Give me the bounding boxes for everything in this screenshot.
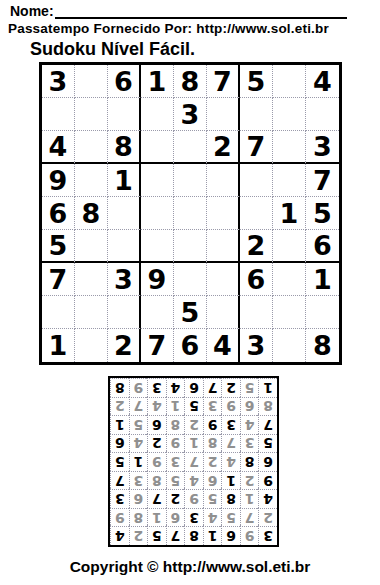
solution-cell-r6c8: 4 — [129, 434, 148, 453]
puzzle-cell-r2c9[interactable] — [306, 98, 339, 131]
solution-cell-r2c1: 2 — [258, 508, 277, 527]
puzzle-cell-r6c7: 2 — [240, 230, 273, 263]
solution-cell-r3c6: 2 — [166, 489, 185, 508]
puzzle-cell-r7c5[interactable] — [174, 263, 207, 296]
solution-cell-r5c3: 4 — [221, 452, 240, 471]
puzzle-cell-r2c7[interactable] — [240, 98, 273, 131]
puzzle-cell-r6c4[interactable] — [141, 230, 174, 263]
solution-cell-r9c3: 2 — [221, 378, 240, 397]
puzzle-cell-r3c1: 4 — [42, 131, 75, 164]
puzzle-cell-r6c3[interactable] — [108, 230, 141, 263]
solution-cell-r9c7: 3 — [147, 378, 166, 397]
solution-cell-r5c5: 7 — [184, 452, 203, 471]
puzzle-cell-r1c8[interactable] — [273, 65, 306, 98]
solution-cell-r3c1: 4 — [258, 489, 277, 508]
solution-cell-r8c5: 5 — [184, 397, 203, 416]
puzzle-cell-r2c1[interactable] — [42, 98, 75, 131]
solution-cell-r3c3: 8 — [221, 489, 240, 508]
solution-cell-r9c6: 4 — [166, 378, 185, 397]
puzzle-cell-r2c5: 3 — [174, 98, 207, 131]
puzzle-cell-r8c3[interactable] — [108, 296, 141, 329]
solution-cell-r4c2: 2 — [240, 471, 259, 490]
puzzle-grid: 361875434827391768155267396151276438 — [39, 62, 342, 365]
solution-cell-r5c8: 1 — [129, 452, 148, 471]
solution-cell-r6c7: 2 — [147, 434, 166, 453]
solution-cell-r2c9: 9 — [110, 508, 129, 527]
puzzle-cell-r7c3: 3 — [108, 263, 141, 296]
puzzle-cell-r8c8[interactable] — [273, 296, 306, 329]
solution-cell-r2c5: 3 — [184, 508, 203, 527]
solution-cell-r8c7: 4 — [147, 397, 166, 416]
puzzle-cell-r3c9: 3 — [306, 131, 339, 164]
name-label: Nome: — [10, 3, 54, 19]
puzzle-cell-r1c3: 6 — [108, 65, 141, 98]
solution-cell-r3c9: 3 — [110, 489, 129, 508]
puzzle-cell-r3c2[interactable] — [75, 131, 108, 164]
puzzle-cell-r8c2[interactable] — [75, 296, 108, 329]
puzzle-cell-r7c2[interactable] — [75, 263, 108, 296]
solution-cell-r2c4: 4 — [203, 508, 222, 527]
puzzle-cell-r4c1: 9 — [42, 164, 75, 197]
puzzle-cell-r5c8: 1 — [273, 197, 306, 230]
puzzle-cell-r5c3[interactable] — [108, 197, 141, 230]
puzzle-cell-r7c9: 1 — [306, 263, 339, 296]
puzzle-cell-r1c9: 4 — [306, 65, 339, 98]
puzzle-cell-r5c4[interactable] — [141, 197, 174, 230]
puzzle-cell-r6c8[interactable] — [273, 230, 306, 263]
solution-cell-r1c6: 7 — [166, 526, 185, 545]
puzzle-cell-r9c2[interactable] — [75, 329, 108, 362]
solution-cell-r1c9: 4 — [110, 526, 129, 545]
solution-cell-r4c9: 7 — [110, 471, 129, 490]
puzzle-cell-r4c5[interactable] — [174, 164, 207, 197]
puzzle-cell-r9c5: 6 — [174, 329, 207, 362]
puzzle-cell-r5c7[interactable] — [240, 197, 273, 230]
solution-cell-r9c9: 8 — [110, 378, 129, 397]
puzzle-cell-r7c7: 6 — [240, 263, 273, 296]
solution-cell-r7c1: 7 — [258, 415, 277, 434]
puzzle-cell-r3c8[interactable] — [273, 131, 306, 164]
solution-cell-r4c6: 5 — [166, 471, 185, 490]
puzzle-cell-r5c6[interactable] — [207, 197, 240, 230]
puzzle-cell-r4c8[interactable] — [273, 164, 306, 197]
solution-cell-r6c3: 7 — [221, 434, 240, 453]
solution-cell-r8c3: 9 — [221, 397, 240, 416]
solution-cell-r7c9: 1 — [110, 415, 129, 434]
puzzle-cell-r9c7: 3 — [240, 329, 273, 362]
solution-cell-r5c1: 6 — [258, 452, 277, 471]
solution-cell-r6c2: 3 — [240, 434, 259, 453]
solution-cell-r6c5: 1 — [184, 434, 203, 453]
solution-cell-r2c8: 8 — [129, 508, 148, 527]
puzzle-cell-r4c6[interactable] — [207, 164, 240, 197]
puzzle-cell-r8c5: 5 — [174, 296, 207, 329]
puzzle-cell-r1c7: 5 — [240, 65, 273, 98]
solution-cell-r6c9: 6 — [110, 434, 129, 453]
solution-cell-r5c6: 3 — [166, 452, 185, 471]
solution-grid: 3961875242754361894185927639216458376842… — [110, 378, 277, 545]
solution-cell-r3c7: 7 — [147, 489, 166, 508]
puzzle-cell-r3c6: 2 — [207, 131, 240, 164]
puzzle-cell-r9c9: 8 — [306, 329, 339, 362]
puzzle-cell-r1c1: 3 — [42, 65, 75, 98]
puzzle-cell-r9c4: 7 — [141, 329, 174, 362]
solution-cell-r1c5: 8 — [184, 526, 203, 545]
puzzle-cell-r5c5[interactable] — [174, 197, 207, 230]
puzzle-cell-r8c4[interactable] — [141, 296, 174, 329]
puzzle-cell-r5c9: 5 — [306, 197, 339, 230]
solution-grid-rotated-wrap: 3961875242754361894185927639216458376842… — [108, 376, 279, 547]
puzzle-cell-r9c8[interactable] — [273, 329, 306, 362]
puzzle-cell-r6c1: 5 — [42, 230, 75, 263]
puzzle-cell-r2c4[interactable] — [141, 98, 174, 131]
puzzle-cell-r4c7[interactable] — [240, 164, 273, 197]
solution-cell-r5c2: 8 — [240, 452, 259, 471]
solution-cell-r6c6: 9 — [166, 434, 185, 453]
solution-cell-r3c5: 9 — [184, 489, 203, 508]
solution-cell-r9c5: 6 — [184, 378, 203, 397]
name-row: Nome: — [10, 3, 347, 19]
solution-cell-r3c8: 6 — [129, 489, 148, 508]
solution-cell-r7c7: 6 — [147, 415, 166, 434]
puzzle-cell-r5c2: 8 — [75, 197, 108, 230]
solution-cell-r7c3: 3 — [221, 415, 240, 434]
puzzle-cell-r4c3: 1 — [108, 164, 141, 197]
solution-cell-r8c1: 8 — [258, 397, 277, 416]
solution-cell-r7c5: 2 — [184, 415, 203, 434]
solution-cell-r8c9: 2 — [110, 397, 129, 416]
copyright-text: Copyright © http://www.sol.eti.br — [0, 558, 380, 576]
solution-cell-r2c6: 6 — [166, 508, 185, 527]
solution-cell-r1c4: 1 — [203, 526, 222, 545]
solution-cell-r2c7: 1 — [147, 508, 166, 527]
solution-cell-r7c2: 4 — [240, 415, 259, 434]
solution-cell-r8c4: 3 — [203, 397, 222, 416]
puzzle-cell-r1c5: 8 — [174, 65, 207, 98]
puzzle-cell-r9c6: 4 — [207, 329, 240, 362]
solution-cell-r1c3: 6 — [221, 526, 240, 545]
solution-cell-r2c2: 7 — [240, 508, 259, 527]
puzzle-cell-r6c9: 6 — [306, 230, 339, 263]
solution-cell-r9c1: 1 — [258, 378, 277, 397]
solution-cell-r1c1: 3 — [258, 526, 277, 545]
solution-cell-r7c8: 5 — [129, 415, 148, 434]
page-title: Sudoku Nível Fácil. — [30, 39, 195, 60]
name-fill-line — [55, 3, 347, 19]
solution-cell-r4c8: 3 — [129, 471, 148, 490]
solution-cell-r9c2: 5 — [240, 378, 259, 397]
puzzle-cell-r9c1: 1 — [42, 329, 75, 362]
solution-cell-r4c7: 8 — [147, 471, 166, 490]
solution-cell-r7c6: 8 — [166, 415, 185, 434]
puzzle-cell-r8c1[interactable] — [42, 296, 75, 329]
solution-cell-r9c4: 7 — [203, 378, 222, 397]
puzzle-cell-r3c7: 7 — [240, 131, 273, 164]
solution-cell-r4c5: 4 — [184, 471, 203, 490]
puzzle-cell-r2c6[interactable] — [207, 98, 240, 131]
solution-cell-r1c2: 9 — [240, 526, 259, 545]
solution-cell-r8c8: 7 — [129, 397, 148, 416]
solution-cell-r1c8: 2 — [129, 526, 148, 545]
solution-cell-r8c2: 6 — [240, 397, 259, 416]
puzzle-cell-r7c6[interactable] — [207, 263, 240, 296]
provided-by-text: Passatempo Fornecido Por: http://www.sol… — [8, 21, 329, 36]
solution-cell-r4c4: 6 — [203, 471, 222, 490]
solution-cell-r3c4: 5 — [203, 489, 222, 508]
solution-cell-r5c9: 5 — [110, 452, 129, 471]
solution-cell-r4c3: 1 — [221, 471, 240, 490]
puzzle-cell-r8c6[interactable] — [207, 296, 240, 329]
puzzle-cell-r2c8[interactable] — [273, 98, 306, 131]
solution-cell-r7c4: 9 — [203, 415, 222, 434]
puzzle-cell-r5c1: 6 — [42, 197, 75, 230]
puzzle-cell-r8c7[interactable] — [240, 296, 273, 329]
puzzle-cell-r1c2[interactable] — [75, 65, 108, 98]
puzzle-cell-r3c4[interactable] — [141, 131, 174, 164]
puzzle-cell-r3c3: 8 — [108, 131, 141, 164]
puzzle-cell-r2c2[interactable] — [75, 98, 108, 131]
solution-cell-r4c1: 9 — [258, 471, 277, 490]
puzzle-cell-r6c5[interactable] — [174, 230, 207, 263]
puzzle-cell-r4c9: 7 — [306, 164, 339, 197]
puzzle-cell-r2c3[interactable] — [108, 98, 141, 131]
solution-cell-r5c4: 2 — [203, 452, 222, 471]
puzzle-cell-r7c4: 9 — [141, 263, 174, 296]
puzzle-cell-r3c5[interactable] — [174, 131, 207, 164]
puzzle-cell-r7c8[interactable] — [273, 263, 306, 296]
solution-cell-r1c7: 5 — [147, 526, 166, 545]
puzzle-cell-r4c4[interactable] — [141, 164, 174, 197]
solution-cell-r8c6: 1 — [166, 397, 185, 416]
puzzle-cell-r8c9[interactable] — [306, 296, 339, 329]
solution-cell-r2c3: 5 — [221, 508, 240, 527]
solution-cell-r5c7: 9 — [147, 452, 166, 471]
puzzle-cell-r1c6: 7 — [207, 65, 240, 98]
puzzle-cell-r6c2[interactable] — [75, 230, 108, 263]
puzzle-cell-r6c6[interactable] — [207, 230, 240, 263]
puzzle-cell-r1c4: 1 — [141, 65, 174, 98]
solution-cell-r6c1: 5 — [258, 434, 277, 453]
solution-cell-r3c2: 1 — [240, 489, 259, 508]
puzzle-cell-r9c3: 2 — [108, 329, 141, 362]
solution-cell-r6c4: 8 — [203, 434, 222, 453]
puzzle-cell-r7c1: 7 — [42, 263, 75, 296]
puzzle-cell-r4c2[interactable] — [75, 164, 108, 197]
solution-cell-r9c8: 9 — [129, 378, 148, 397]
